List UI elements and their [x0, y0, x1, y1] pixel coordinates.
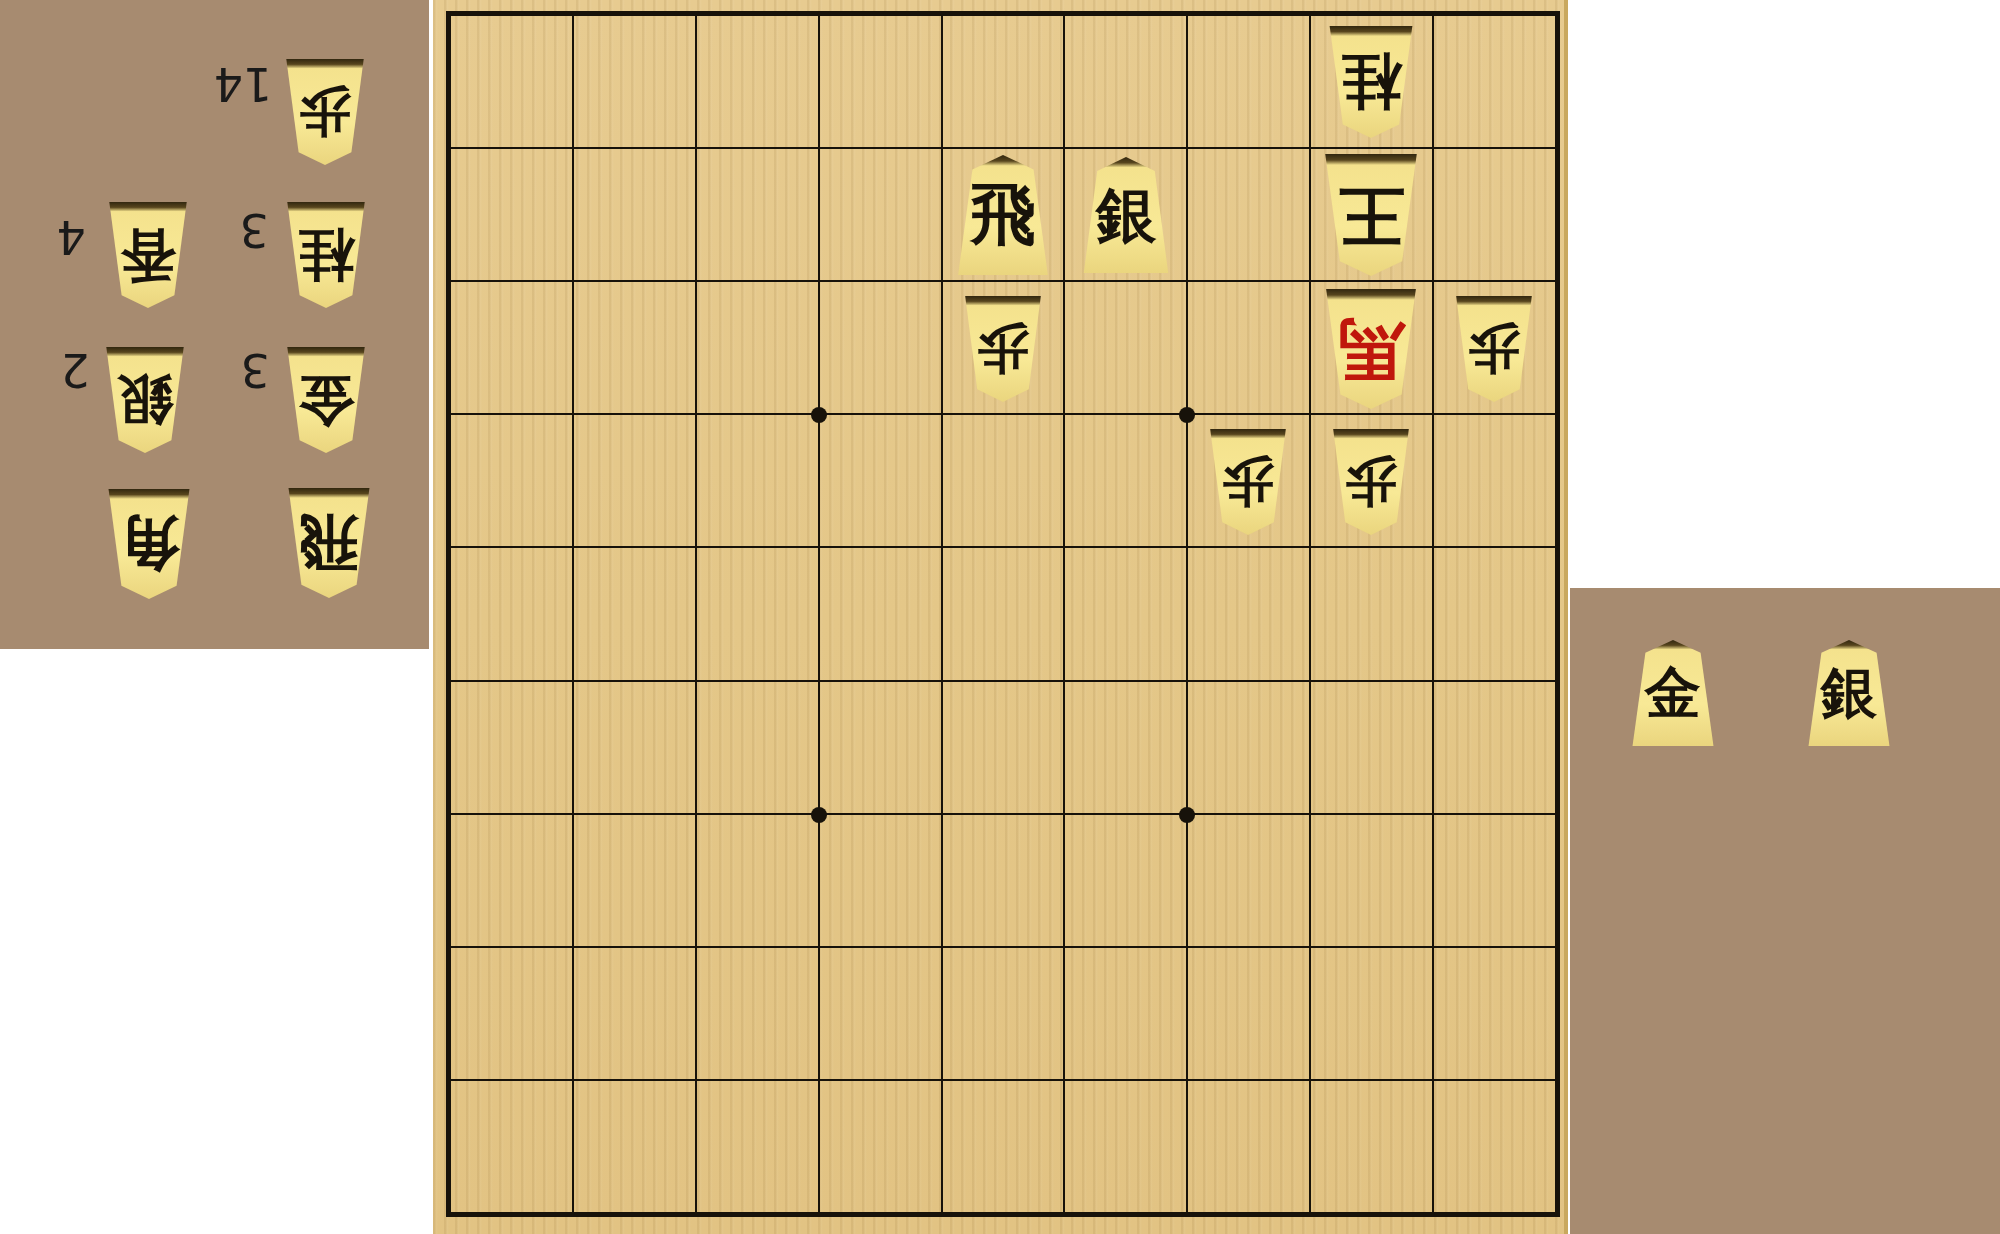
board-cell[interactable]	[696, 947, 819, 1080]
board-cell[interactable]	[573, 814, 696, 947]
board-cell[interactable]	[1310, 681, 1433, 814]
gote-hand-lance-count: 4	[51, 213, 91, 261]
board-cell[interactable]	[450, 15, 573, 148]
hand-piece-knight[interactable]: 桂	[282, 202, 370, 308]
board-cell[interactable]	[573, 681, 696, 814]
board-cell[interactable]	[1433, 1080, 1556, 1213]
board-cell[interactable]	[942, 947, 1065, 1080]
hand-piece-silver[interactable]: 銀	[1803, 640, 1895, 746]
board-cell[interactable]	[696, 814, 819, 947]
board-cell[interactable]	[573, 947, 696, 1080]
board-cell[interactable]	[942, 1080, 1065, 1213]
hand-piece-lance[interactable]: 香	[104, 202, 192, 308]
board-cell[interactable]	[1064, 814, 1187, 947]
board-cell[interactable]	[450, 414, 573, 547]
board-cell[interactable]	[942, 15, 1065, 148]
board-cell[interactable]	[942, 814, 1065, 947]
star-point	[811, 407, 827, 423]
hand-piece-bishop[interactable]: 角	[103, 489, 195, 599]
board-cell[interactable]	[450, 547, 573, 680]
board-cell[interactable]	[1433, 947, 1556, 1080]
board-cell[interactable]	[1064, 1080, 1187, 1213]
board-cell[interactable]	[1064, 414, 1187, 547]
board-cell[interactable]	[573, 148, 696, 281]
gote-hand-silver-count: 2	[55, 346, 95, 394]
board-cell[interactable]	[1433, 814, 1556, 947]
board-cell[interactable]	[696, 547, 819, 680]
board-cell[interactable]	[1187, 681, 1310, 814]
board-cell[interactable]	[1064, 547, 1187, 680]
board-cell[interactable]	[819, 947, 942, 1080]
shogi-board: 桂 飛 銀 王 歩 馬 歩 歩 歩	[433, 0, 1568, 1234]
hand-piece-gold[interactable]: 金	[282, 347, 370, 453]
board-cell[interactable]	[1064, 15, 1187, 148]
board-cell[interactable]	[1310, 814, 1433, 947]
board-cell[interactable]	[819, 281, 942, 414]
hand-piece-silver[interactable]: 銀	[101, 347, 189, 453]
board-cell[interactable]	[819, 681, 942, 814]
star-point	[1179, 807, 1195, 823]
board-cell[interactable]	[696, 148, 819, 281]
board-cell[interactable]	[1310, 1080, 1433, 1213]
board-cell[interactable]	[1187, 281, 1310, 414]
board-cell[interactable]	[573, 547, 696, 680]
star-point	[1179, 407, 1195, 423]
hand-piece-rook[interactable]: 飛	[283, 488, 375, 598]
gote-hand-gold-count: 3	[235, 346, 275, 394]
board-cell[interactable]	[942, 414, 1065, 547]
shogi-diagram: { "game": "shogi", "board": { "files": 9…	[0, 0, 2000, 1234]
board-cell[interactable]	[1187, 15, 1310, 148]
board-cell[interactable]	[1433, 414, 1556, 547]
board-cell[interactable]	[1064, 681, 1187, 814]
board-cell[interactable]	[819, 547, 942, 680]
board-cell[interactable]	[819, 414, 942, 547]
board-cell[interactable]	[696, 15, 819, 148]
board-cell[interactable]	[450, 148, 573, 281]
board-cell[interactable]	[819, 1080, 942, 1213]
gote-hand-knight-count: 3	[234, 206, 274, 254]
hand-piece-pawn[interactable]: 歩	[281, 59, 369, 165]
board-cell[interactable]	[1187, 1080, 1310, 1213]
hand-piece-gold[interactable]: 金	[1627, 640, 1719, 746]
board-cell[interactable]	[450, 947, 573, 1080]
board-cell[interactable]	[1187, 148, 1310, 281]
board-cell[interactable]	[1433, 547, 1556, 680]
board-cell[interactable]	[450, 1080, 573, 1213]
board-cell[interactable]	[942, 681, 1065, 814]
board-cell[interactable]	[450, 281, 573, 414]
board-cell[interactable]	[1433, 681, 1556, 814]
board-cell[interactable]	[696, 681, 819, 814]
board-cell[interactable]	[696, 414, 819, 547]
gote-hand-pawn-count: 14	[203, 60, 283, 108]
board-cell[interactable]	[573, 1080, 696, 1213]
board-cell[interactable]	[1187, 547, 1310, 680]
board-cell[interactable]	[819, 15, 942, 148]
gote-hand-tray: 14 歩 4 香 3 桂 2 銀 3 金 角 飛	[0, 0, 429, 649]
board-cell[interactable]	[450, 814, 573, 947]
board-cell[interactable]	[1187, 947, 1310, 1080]
board-cell[interactable]	[1064, 947, 1187, 1080]
sente-hand-tray: 金 銀	[1570, 588, 2000, 1234]
board-cell[interactable]	[1310, 947, 1433, 1080]
board-cell[interactable]	[1433, 15, 1556, 148]
board-cell[interactable]	[573, 15, 696, 148]
board-cell[interactable]	[1310, 547, 1433, 680]
board-cell[interactable]	[1064, 281, 1187, 414]
board-cell[interactable]	[450, 681, 573, 814]
star-point	[811, 807, 827, 823]
board-cell[interactable]	[696, 281, 819, 414]
board-cell[interactable]	[819, 148, 942, 281]
board-cell[interactable]	[573, 281, 696, 414]
board-cell[interactable]	[696, 1080, 819, 1213]
board-cell[interactable]	[573, 414, 696, 547]
board-cell[interactable]	[1187, 814, 1310, 947]
board-cell[interactable]	[819, 814, 942, 947]
board-cell[interactable]	[942, 547, 1065, 680]
board-cell[interactable]	[1433, 148, 1556, 281]
